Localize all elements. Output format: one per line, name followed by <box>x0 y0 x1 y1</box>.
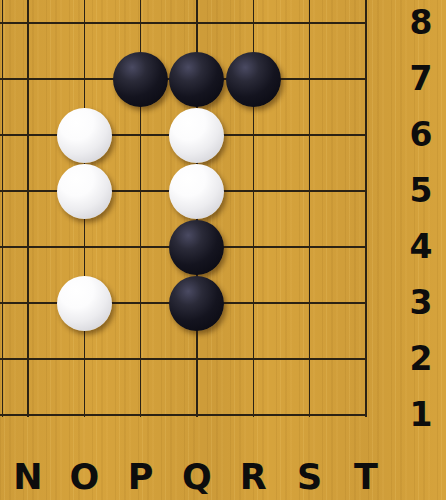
row-label-6: 6 <box>402 118 440 152</box>
stone-black-Q4[interactable] <box>169 220 224 275</box>
grid-line-vertical-partial-left-edge <box>2 0 4 417</box>
stone-black-R7[interactable] <box>226 52 281 107</box>
grid-line-horizontal-1 <box>0 414 367 416</box>
stone-white-Q6[interactable] <box>169 108 224 163</box>
stone-white-O6[interactable] <box>57 108 112 163</box>
go-diagram-screenshot: NOPQRST87654321 <box>0 0 446 500</box>
go-board[interactable]: NOPQRST87654321 <box>0 0 446 500</box>
row-label-1: 1 <box>402 398 440 432</box>
stone-white-Q5[interactable] <box>169 164 224 219</box>
grid-line-vertical-T <box>365 0 367 417</box>
stone-black-P7[interactable] <box>113 52 168 107</box>
stone-black-Q3[interactable] <box>169 276 224 331</box>
column-label-O: O <box>62 460 106 495</box>
column-label-Q: Q <box>175 460 219 495</box>
row-label-7: 7 <box>402 62 440 96</box>
column-label-T: T <box>344 460 388 495</box>
column-label-N: N <box>6 460 50 495</box>
column-label-P: P <box>119 460 163 495</box>
grid-line-horizontal-8 <box>0 22 367 24</box>
stone-white-O3[interactable] <box>57 276 112 331</box>
grid-line-horizontal-2 <box>0 358 367 360</box>
grid-line-vertical-S <box>309 0 311 417</box>
row-label-8: 8 <box>402 6 440 40</box>
column-label-S: S <box>288 460 332 495</box>
grid-line-vertical-N <box>27 0 29 417</box>
row-label-4: 4 <box>402 230 440 264</box>
row-label-3: 3 <box>402 286 440 320</box>
row-label-5: 5 <box>402 174 440 208</box>
stone-black-Q7[interactable] <box>169 52 224 107</box>
stone-white-O5[interactable] <box>57 164 112 219</box>
row-label-2: 2 <box>402 342 440 376</box>
column-label-R: R <box>231 460 275 495</box>
